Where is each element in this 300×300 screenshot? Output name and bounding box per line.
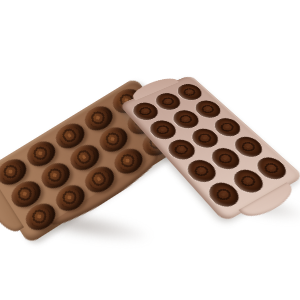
cavity-rose-relief <box>171 141 193 157</box>
rose-swirl <box>28 141 55 166</box>
rose-swirl <box>0 159 25 184</box>
cavity-rose-relief <box>136 104 156 118</box>
cavity-rose-relief <box>217 120 238 135</box>
rose-swirl <box>27 204 55 230</box>
rose-swirl <box>12 181 40 207</box>
rose-swirl <box>57 124 84 149</box>
cavity-rose-relief <box>194 130 216 146</box>
rose-swirl <box>100 127 127 152</box>
product-photo-scene <box>0 0 300 300</box>
cavity-rose-relief <box>180 86 200 99</box>
cavity-rose-relief <box>152 122 173 137</box>
cavity-rose-relief <box>260 160 284 178</box>
cavity-rose-relief <box>158 95 178 108</box>
cavity-rose-relief <box>175 112 196 126</box>
rose-swirl <box>42 163 69 188</box>
rose-swirl <box>71 145 98 170</box>
cavity-rose-relief <box>198 102 218 116</box>
cavity-rose-relief <box>236 172 260 190</box>
cavity-rose-relief <box>190 162 213 180</box>
cavity-rose-relief <box>214 150 237 167</box>
rose-swirl <box>85 106 112 130</box>
cavity-rose-relief <box>237 139 259 155</box>
cavity-rose-relief <box>212 185 236 204</box>
